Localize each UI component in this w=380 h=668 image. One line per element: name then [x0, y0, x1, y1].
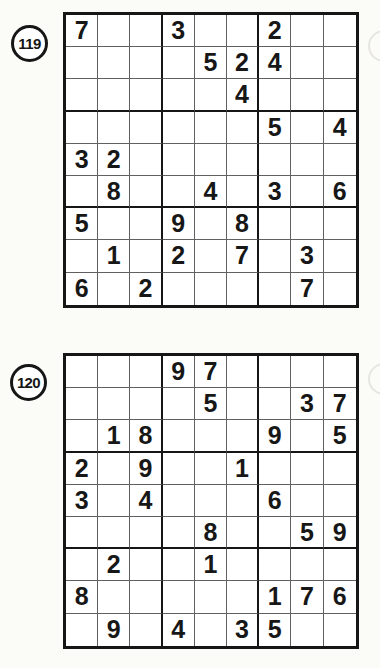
- cell-r4c8[interactable]: [291, 112, 323, 144]
- cell-r5c4[interactable]: [163, 144, 195, 176]
- cell-r2c4[interactable]: [163, 388, 195, 420]
- cell-r3c5[interactable]: [195, 79, 227, 111]
- cell-r7c1[interactable]: [66, 549, 98, 581]
- cell-r7c1[interactable]: 5: [66, 208, 98, 240]
- puzzle-number-badge-119: 119: [11, 25, 48, 62]
- cell-r4c8[interactable]: [291, 453, 323, 485]
- cell-r4c5[interactable]: [195, 112, 227, 144]
- cell-r9c3[interactable]: 2: [130, 273, 162, 305]
- cell-r6c4[interactable]: [163, 517, 195, 549]
- cell-r2c8[interactable]: 3: [291, 388, 323, 420]
- cell-r6c6[interactable]: [227, 517, 259, 549]
- cell-r3c7[interactable]: [259, 79, 291, 111]
- cell-r7c7[interactable]: [259, 208, 291, 240]
- cell-r4c3[interactable]: 9: [130, 453, 162, 485]
- cell-r6c8[interactable]: 5: [291, 517, 323, 549]
- cell-r4c4[interactable]: [163, 112, 195, 144]
- cell-r5c6[interactable]: [227, 485, 259, 517]
- sudoku-board-119: 7325244543284365981273627: [63, 12, 359, 308]
- cell-r6c6[interactable]: [227, 176, 259, 208]
- cell-r8c9[interactable]: [324, 240, 356, 272]
- cell-r4c5[interactable]: [195, 453, 227, 485]
- cell-r6c1[interactable]: [66, 517, 98, 549]
- cell-r8c9[interactable]: 6: [324, 581, 356, 613]
- cell-r6c2[interactable]: 8: [98, 176, 130, 208]
- cell-r9c5[interactable]: [195, 273, 227, 305]
- cell-r8c3[interactable]: [130, 581, 162, 613]
- cell-r5c1[interactable]: 3: [66, 144, 98, 176]
- cell-r9c7[interactable]: [259, 273, 291, 305]
- cell-r6c9[interactable]: 6: [324, 176, 356, 208]
- cell-r7c2[interactable]: 2: [98, 549, 130, 581]
- cell-r4c1[interactable]: [66, 112, 98, 144]
- cell-r8c4[interactable]: 2: [163, 240, 195, 272]
- cell-r7c7[interactable]: [259, 549, 291, 581]
- cell-r7c9[interactable]: [324, 208, 356, 240]
- cell-r1c8[interactable]: [291, 356, 323, 388]
- cell-r2c6[interactable]: [227, 388, 259, 420]
- cell-r6c5[interactable]: 4: [195, 176, 227, 208]
- cell-r9c4[interactable]: 4: [163, 614, 195, 646]
- cell-r3c9[interactable]: [324, 79, 356, 111]
- cell-r2c7[interactable]: [259, 388, 291, 420]
- cell-r5c5[interactable]: [195, 485, 227, 517]
- cell-r5c1[interactable]: 3: [66, 485, 98, 517]
- cell-r4c6[interactable]: [227, 112, 259, 144]
- cell-r8c6[interactable]: 7: [227, 240, 259, 272]
- cell-r2c9[interactable]: [324, 47, 356, 79]
- cell-r9c4[interactable]: [163, 273, 195, 305]
- cell-r6c7[interactable]: [259, 517, 291, 549]
- cell-r3c1[interactable]: [66, 420, 98, 452]
- cell-r6c8[interactable]: [291, 176, 323, 208]
- cell-r7c9[interactable]: [324, 549, 356, 581]
- cell-r9c9[interactable]: [324, 614, 356, 646]
- cell-r5c8[interactable]: [291, 485, 323, 517]
- cell-r1c4[interactable]: 3: [163, 15, 195, 47]
- cell-r7c5[interactable]: 1: [195, 549, 227, 581]
- cell-r3c3[interactable]: 8: [130, 420, 162, 452]
- cell-r5c2[interactable]: [98, 485, 130, 517]
- cell-r9c5[interactable]: [195, 614, 227, 646]
- cell-r1c7[interactable]: 2: [259, 15, 291, 47]
- cell-r3c9[interactable]: 5: [324, 420, 356, 452]
- cell-r3c7[interactable]: 9: [259, 420, 291, 452]
- cell-r5c2[interactable]: 2: [98, 144, 130, 176]
- scan-artifact-circle: [368, 363, 380, 395]
- cell-r6c9[interactable]: 9: [324, 517, 356, 549]
- cell-r6c1[interactable]: [66, 176, 98, 208]
- sudoku-board-120: 9753718952913468592181769435: [63, 353, 359, 649]
- cell-r4c6[interactable]: 1: [227, 453, 259, 485]
- cell-r3c8[interactable]: [291, 79, 323, 111]
- cell-r9c8[interactable]: [291, 614, 323, 646]
- cell-r7c8[interactable]: [291, 549, 323, 581]
- cell-r2c4[interactable]: [163, 47, 195, 79]
- cell-r7c2[interactable]: [98, 208, 130, 240]
- cell-r5c9[interactable]: [324, 485, 356, 517]
- cell-r6c3[interactable]: [130, 176, 162, 208]
- cell-r9c6[interactable]: [227, 273, 259, 305]
- cell-r3c3[interactable]: [130, 79, 162, 111]
- cell-r8c1[interactable]: 8: [66, 581, 98, 613]
- cell-r6c3[interactable]: [130, 517, 162, 549]
- cell-r1c6[interactable]: [227, 15, 259, 47]
- cell-r8c8[interactable]: 3: [291, 240, 323, 272]
- scan-artifact-circle: [368, 30, 380, 62]
- cell-r5c6[interactable]: [227, 144, 259, 176]
- cell-r8c7[interactable]: [259, 240, 291, 272]
- cell-r8c2[interactable]: 1: [98, 240, 130, 272]
- cell-r3c1[interactable]: [66, 79, 98, 111]
- cell-r1c8[interactable]: [291, 15, 323, 47]
- cell-r9c1[interactable]: 6: [66, 273, 98, 305]
- cell-r8c8[interactable]: 7: [291, 581, 323, 613]
- cell-r9c8[interactable]: 7: [291, 273, 323, 305]
- cell-r5c9[interactable]: [324, 144, 356, 176]
- cell-r4c4[interactable]: [163, 453, 195, 485]
- cell-r3c4[interactable]: [163, 79, 195, 111]
- cell-r6c4[interactable]: [163, 176, 195, 208]
- cell-r2c6[interactable]: 2: [227, 47, 259, 79]
- cell-r7c5[interactable]: [195, 208, 227, 240]
- cell-r2c5[interactable]: 5: [195, 47, 227, 79]
- cell-r1c1[interactable]: 7: [66, 15, 98, 47]
- cell-r3c6[interactable]: 4: [227, 79, 259, 111]
- cell-r9c2[interactable]: [98, 273, 130, 305]
- cell-r2c8[interactable]: [291, 47, 323, 79]
- cell-r9c3[interactable]: [130, 614, 162, 646]
- cell-r7c6[interactable]: [227, 549, 259, 581]
- cell-r1c9[interactable]: [324, 15, 356, 47]
- cell-r5c5[interactable]: [195, 144, 227, 176]
- puzzle-number-badge-120: 120: [10, 364, 47, 401]
- cell-r7c3[interactable]: [130, 208, 162, 240]
- cell-r1c6[interactable]: [227, 356, 259, 388]
- cell-r4c2[interactable]: [98, 112, 130, 144]
- cell-r5c3[interactable]: [130, 144, 162, 176]
- cell-r9c2[interactable]: 9: [98, 614, 130, 646]
- cell-r1c2[interactable]: [98, 356, 130, 388]
- cell-r1c3[interactable]: [130, 15, 162, 47]
- cell-r8c4[interactable]: [163, 581, 195, 613]
- cell-r1c4[interactable]: 9: [163, 356, 195, 388]
- cell-r8c7[interactable]: 1: [259, 581, 291, 613]
- cell-r3c2[interactable]: [98, 79, 130, 111]
- cell-r2c1[interactable]: [66, 388, 98, 420]
- cell-r7c8[interactable]: [291, 208, 323, 240]
- cell-r2c2[interactable]: [98, 388, 130, 420]
- cell-r9c7[interactable]: 5: [259, 614, 291, 646]
- cell-r8c1[interactable]: [66, 240, 98, 272]
- cell-r9c6[interactable]: 3: [227, 614, 259, 646]
- cell-r3c8[interactable]: [291, 420, 323, 452]
- cell-r2c2[interactable]: [98, 47, 130, 79]
- cell-r4c3[interactable]: [130, 112, 162, 144]
- cell-r9c1[interactable]: [66, 614, 98, 646]
- cell-r7c3[interactable]: [130, 549, 162, 581]
- cell-r6c5[interactable]: 8: [195, 517, 227, 549]
- cell-r7c4[interactable]: [163, 549, 195, 581]
- cell-r3c2[interactable]: 1: [98, 420, 130, 452]
- cell-r8c2[interactable]: [98, 581, 130, 613]
- cell-r1c7[interactable]: [259, 356, 291, 388]
- cell-r2c3[interactable]: [130, 388, 162, 420]
- cell-r4c7[interactable]: 5: [259, 112, 291, 144]
- cell-r8c3[interactable]: [130, 240, 162, 272]
- cell-r9c9[interactable]: [324, 273, 356, 305]
- cell-r8c5[interactable]: [195, 240, 227, 272]
- cell-r6c2[interactable]: [98, 517, 130, 549]
- cell-r1c2[interactable]: [98, 15, 130, 47]
- cell-r1c9[interactable]: [324, 356, 356, 388]
- cell-r1c5[interactable]: 7: [195, 356, 227, 388]
- cell-r6c7[interactable]: 3: [259, 176, 291, 208]
- cell-r4c7[interactable]: [259, 453, 291, 485]
- cell-r2c1[interactable]: [66, 47, 98, 79]
- cell-r3c6[interactable]: [227, 420, 259, 452]
- cell-r1c1[interactable]: [66, 356, 98, 388]
- cell-r1c3[interactable]: [130, 356, 162, 388]
- cell-r5c4[interactable]: [163, 485, 195, 517]
- cell-r2c9[interactable]: 7: [324, 388, 356, 420]
- cell-r2c7[interactable]: 4: [259, 47, 291, 79]
- cell-r4c9[interactable]: [324, 453, 356, 485]
- puzzle-book-page: 119 7325244543284365981273627 120 975371…: [0, 0, 380, 668]
- cell-r4c2[interactable]: [98, 453, 130, 485]
- cell-r3c5[interactable]: [195, 420, 227, 452]
- cell-r5c8[interactable]: [291, 144, 323, 176]
- cell-r2c3[interactable]: [130, 47, 162, 79]
- cell-r8c5[interactable]: [195, 581, 227, 613]
- cell-r5c7[interactable]: [259, 144, 291, 176]
- cell-r4c1[interactable]: 2: [66, 453, 98, 485]
- cell-r2c5[interactable]: 5: [195, 388, 227, 420]
- cell-r8c6[interactable]: [227, 581, 259, 613]
- cell-r1c5[interactable]: [195, 15, 227, 47]
- cell-r7c6[interactable]: 8: [227, 208, 259, 240]
- cell-r5c3[interactable]: 4: [130, 485, 162, 517]
- cell-r3c4[interactable]: [163, 420, 195, 452]
- cell-r5c7[interactable]: 6: [259, 485, 291, 517]
- cell-r4c9[interactable]: 4: [324, 112, 356, 144]
- cell-r7c4[interactable]: 9: [163, 208, 195, 240]
